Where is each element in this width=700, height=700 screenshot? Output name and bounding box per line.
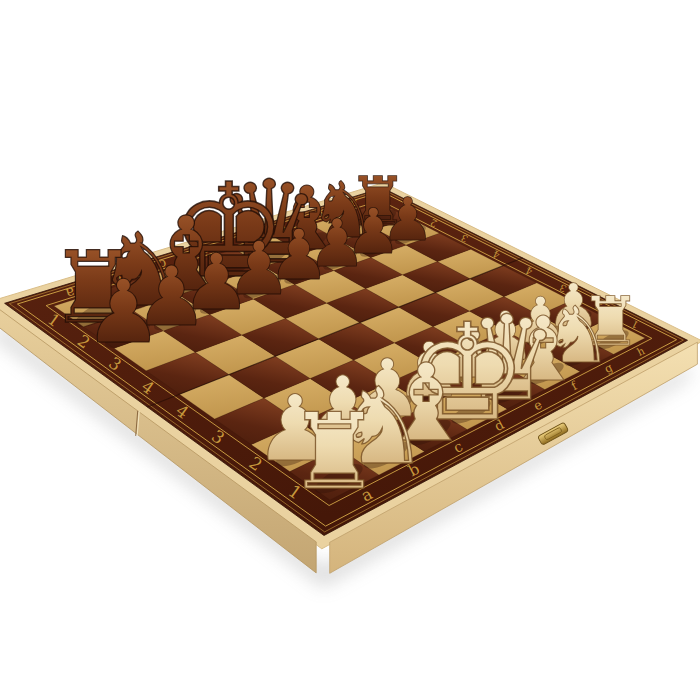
- chess-photo-svg: aabbccddeeffgghh1122334444332211♜♞♟♝♟♛♟♚…: [0, 0, 700, 700]
- chess-board: aabbccddeeffgghh1122334444332211♜♞♟♝♟♛♟♚…: [0, 0, 700, 700]
- piece-white-rook-a1: ♜: [287, 391, 381, 513]
- product-photo-stage: aabbccddeeffgghh1122334444332211♜♞♟♝♟♛♟♚…: [0, 0, 700, 700]
- piece-dark-pawn-a7: ♟: [84, 261, 162, 363]
